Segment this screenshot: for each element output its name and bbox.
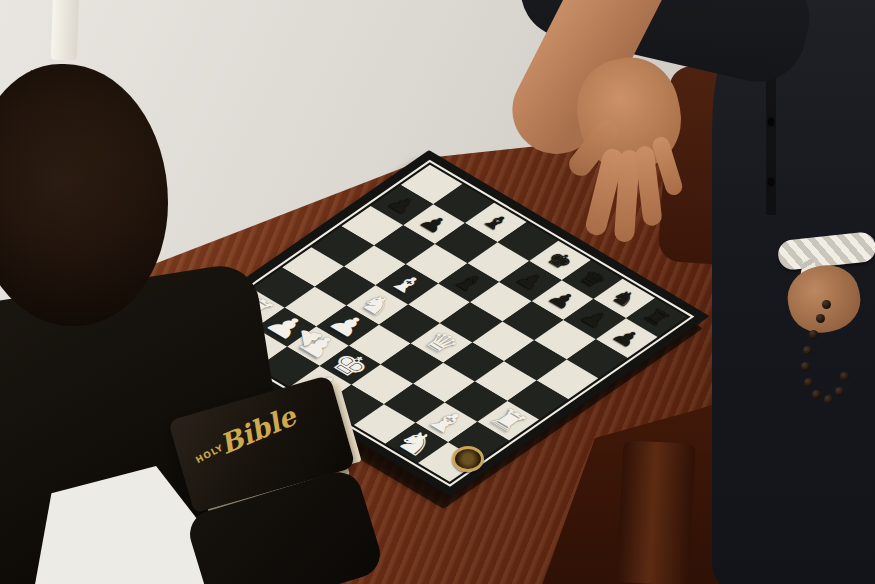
piece-black-pawn-h7[interactable]: ♟	[607, 325, 647, 351]
piece-black-pawn-g7[interactable]: ♟	[574, 306, 614, 332]
piece-black-rook-h8[interactable]: ♜	[637, 305, 675, 329]
shirt-button	[768, 118, 774, 126]
photo-scene: ♝♚♛♞♜♟♟♟♟♟♟♝♝♞♛♟♜♜♟♟♚♝♟♞ ♟ HOLY Bible	[0, 0, 875, 584]
table-leg	[616, 440, 695, 584]
piece-black-knight-g8[interactable]: ♞	[605, 286, 643, 310]
piece-black-pawn-b7[interactable]: ♟	[414, 211, 454, 237]
piece-black-pawn-a7[interactable]: ♟	[382, 192, 422, 218]
piece-black-pawn-f7[interactable]: ♟	[542, 287, 582, 313]
candle	[51, 0, 79, 60]
piece-black-king-e8[interactable]: ♚	[541, 248, 579, 272]
piece-black-pawn-e7[interactable]: ♟	[510, 268, 550, 294]
piece-black-queen-f8[interactable]: ♛	[573, 267, 611, 291]
brass-hinge	[452, 446, 484, 472]
piece-black-bishop-c8[interactable]: ♝	[477, 210, 515, 234]
shirt-button	[768, 178, 774, 186]
